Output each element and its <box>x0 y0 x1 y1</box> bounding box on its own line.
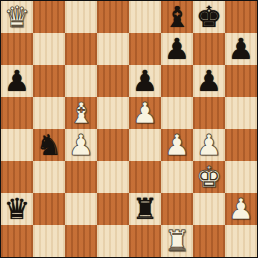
square-d4[interactable] <box>97 129 129 161</box>
square-d8[interactable] <box>97 1 129 33</box>
piece-white-pawn-h2[interactable]: ♟ <box>225 193 257 225</box>
piece-black-pawn-g6[interactable]: ♟ <box>193 65 225 97</box>
square-a7[interactable] <box>1 33 33 65</box>
square-a1[interactable] <box>1 225 33 257</box>
square-c3[interactable] <box>65 161 97 193</box>
square-h6[interactable] <box>225 65 257 97</box>
square-a2[interactable]: ♛ <box>1 193 33 225</box>
piece-white-rook-f1[interactable]: ♜ <box>161 225 193 257</box>
piece-black-pawn-h7[interactable]: ♟ <box>225 33 257 65</box>
square-c8[interactable] <box>65 1 97 33</box>
piece-white-pawn-c4[interactable]: ♟ <box>65 129 97 161</box>
piece-white-pawn-e5[interactable]: ♟ <box>129 97 161 129</box>
square-d7[interactable] <box>97 33 129 65</box>
piece-black-rook-e2[interactable]: ♜ <box>129 193 161 225</box>
square-d5[interactable] <box>97 97 129 129</box>
piece-white-pawn-g4[interactable]: ♟ <box>193 129 225 161</box>
piece-black-knight-b4[interactable]: ♞ <box>33 129 65 161</box>
square-f3[interactable] <box>161 161 193 193</box>
piece-black-pawn-a6[interactable]: ♟ <box>1 65 33 97</box>
square-g5[interactable] <box>193 97 225 129</box>
square-e8[interactable] <box>129 1 161 33</box>
square-e6[interactable]: ♟ <box>129 65 161 97</box>
piece-black-pawn-e6[interactable]: ♟ <box>129 65 161 97</box>
square-g8[interactable]: ♚ <box>193 1 225 33</box>
piece-white-bishop-c5[interactable]: ♝ <box>65 97 97 129</box>
square-b5[interactable] <box>33 97 65 129</box>
piece-black-pawn-f7[interactable]: ♟ <box>161 33 193 65</box>
piece-white-king-g3[interactable]: ♚ <box>193 161 225 193</box>
square-a8[interactable]: ♛ <box>1 1 33 33</box>
square-f4[interactable]: ♟ <box>161 129 193 161</box>
square-e1[interactable] <box>129 225 161 257</box>
square-a5[interactable] <box>1 97 33 129</box>
square-h3[interactable] <box>225 161 257 193</box>
square-e3[interactable] <box>129 161 161 193</box>
square-f2[interactable] <box>161 193 193 225</box>
square-b7[interactable] <box>33 33 65 65</box>
piece-white-pawn-f4[interactable]: ♟ <box>161 129 193 161</box>
square-g6[interactable]: ♟ <box>193 65 225 97</box>
piece-black-king-g8[interactable]: ♚ <box>193 1 225 33</box>
square-b3[interactable] <box>33 161 65 193</box>
square-b1[interactable] <box>33 225 65 257</box>
square-f1[interactable]: ♜ <box>161 225 193 257</box>
square-c6[interactable] <box>65 65 97 97</box>
piece-black-queen-a2[interactable]: ♛ <box>1 193 33 225</box>
chess-board: ♛♝♚♟♟♟♟♟♝♟♞♟♟♟♚♛♜♟♜ <box>1 1 257 257</box>
square-f8[interactable]: ♝ <box>161 1 193 33</box>
square-g4[interactable]: ♟ <box>193 129 225 161</box>
square-b4[interactable]: ♞ <box>33 129 65 161</box>
square-f5[interactable] <box>161 97 193 129</box>
square-g3[interactable]: ♚ <box>193 161 225 193</box>
square-b8[interactable] <box>33 1 65 33</box>
square-a6[interactable]: ♟ <box>1 65 33 97</box>
square-e7[interactable] <box>129 33 161 65</box>
square-e4[interactable] <box>129 129 161 161</box>
square-d2[interactable] <box>97 193 129 225</box>
piece-black-bishop-f8[interactable]: ♝ <box>161 1 193 33</box>
square-g1[interactable] <box>193 225 225 257</box>
square-e5[interactable]: ♟ <box>129 97 161 129</box>
square-h2[interactable]: ♟ <box>225 193 257 225</box>
square-f6[interactable] <box>161 65 193 97</box>
square-b6[interactable] <box>33 65 65 97</box>
square-a4[interactable] <box>1 129 33 161</box>
square-e2[interactable]: ♜ <box>129 193 161 225</box>
chess-board-frame: ♛♝♚♟♟♟♟♟♝♟♞♟♟♟♚♛♜♟♜ <box>0 0 258 258</box>
square-c5[interactable]: ♝ <box>65 97 97 129</box>
square-c2[interactable] <box>65 193 97 225</box>
square-f7[interactable]: ♟ <box>161 33 193 65</box>
square-c4[interactable]: ♟ <box>65 129 97 161</box>
square-c7[interactable] <box>65 33 97 65</box>
square-h1[interactable] <box>225 225 257 257</box>
square-d3[interactable] <box>97 161 129 193</box>
square-d1[interactable] <box>97 225 129 257</box>
square-h7[interactable]: ♟ <box>225 33 257 65</box>
square-g2[interactable] <box>193 193 225 225</box>
square-h8[interactable] <box>225 1 257 33</box>
square-c1[interactable] <box>65 225 97 257</box>
square-h5[interactable] <box>225 97 257 129</box>
square-a3[interactable] <box>1 161 33 193</box>
square-b2[interactable] <box>33 193 65 225</box>
square-d6[interactable] <box>97 65 129 97</box>
square-g7[interactable] <box>193 33 225 65</box>
square-h4[interactable] <box>225 129 257 161</box>
piece-white-queen-a8[interactable]: ♛ <box>1 1 33 33</box>
